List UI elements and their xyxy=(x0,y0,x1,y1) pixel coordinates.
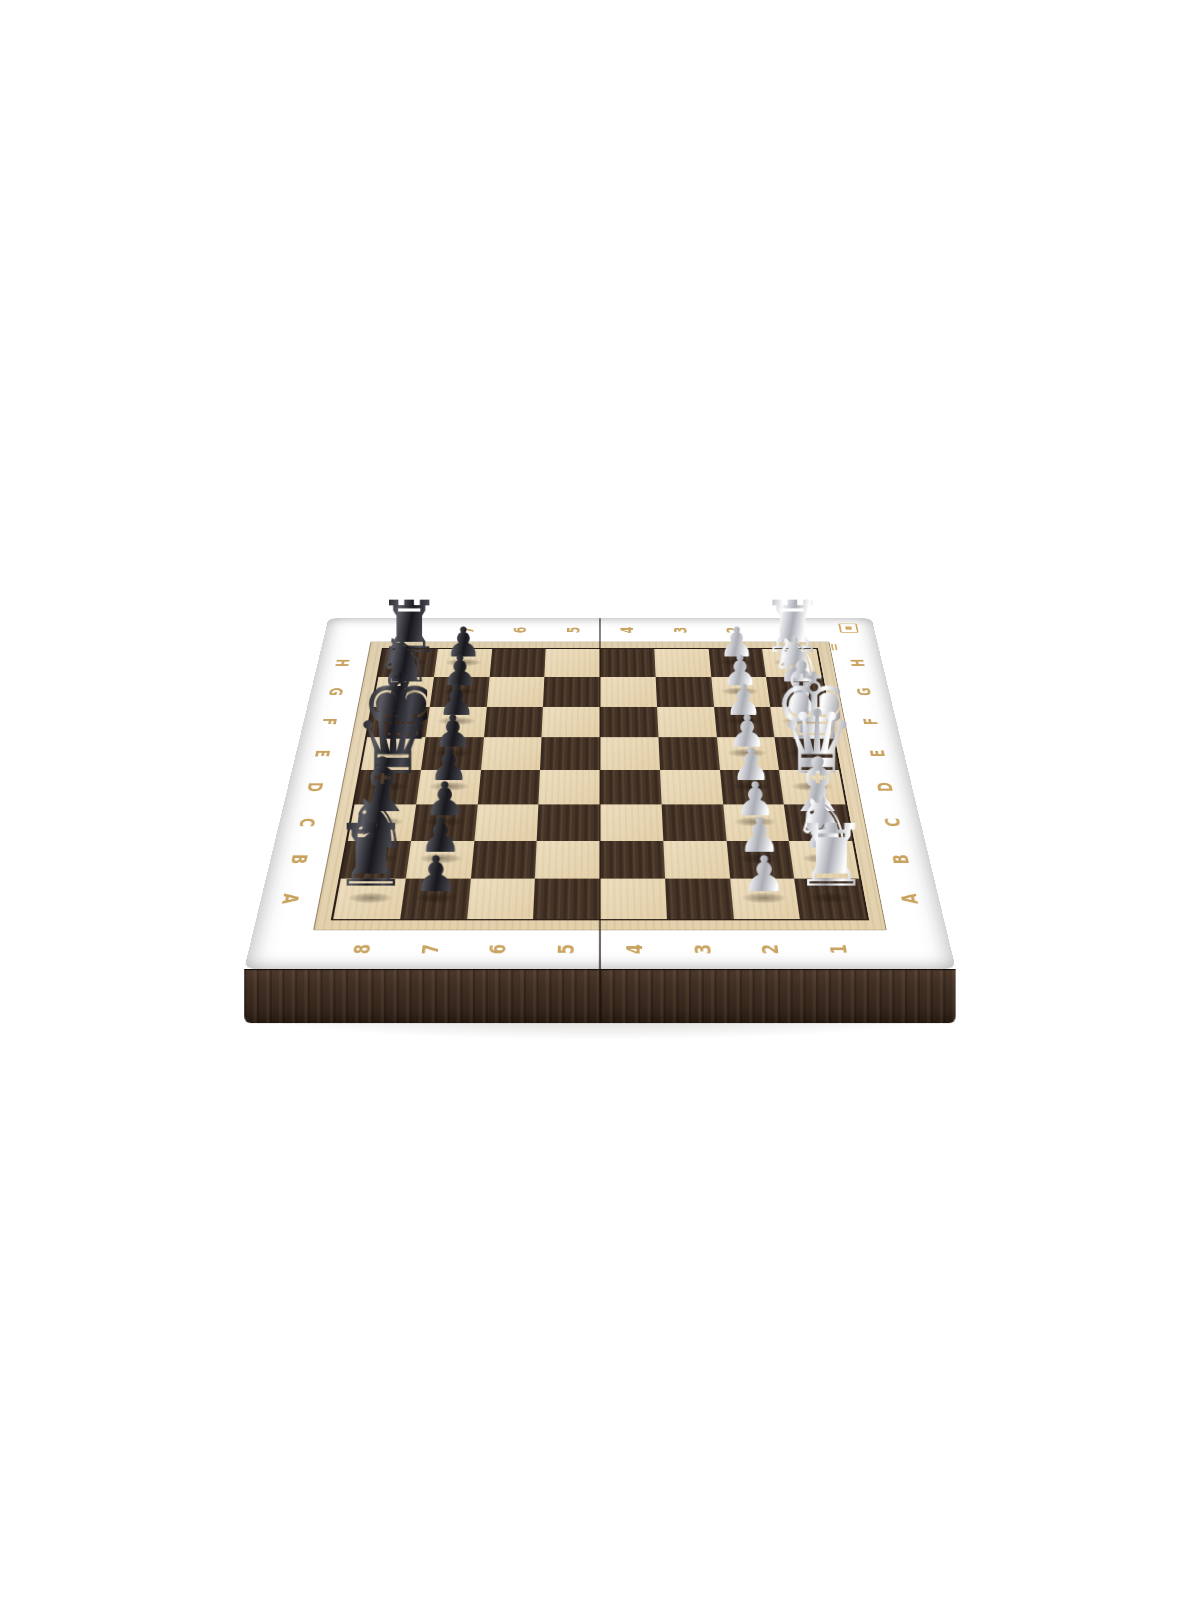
piece-white-pawn-a2[interactable]: ♟ xyxy=(727,849,802,900)
chessboard[interactable]: 87654321 87654321 HGFEDCBA HGFEDCBA ♜♞♝♛… xyxy=(244,618,956,969)
coord-label: 6 xyxy=(484,944,512,954)
square-c6[interactable] xyxy=(474,804,539,840)
coord-label: F xyxy=(858,718,883,725)
coord-label: 3 xyxy=(688,944,716,954)
coord-label: C xyxy=(294,818,321,827)
coord-label: 2 xyxy=(722,627,744,633)
coord-label: D xyxy=(872,782,898,792)
square-e4[interactable] xyxy=(600,737,660,770)
coord-label: A xyxy=(276,893,305,903)
coord-label: 3 xyxy=(669,627,691,633)
coord-label: C xyxy=(879,818,906,827)
square-b6[interactable] xyxy=(470,840,537,878)
square-g6[interactable] xyxy=(486,677,544,706)
piece-white-rook-a1[interactable]: ♜ xyxy=(793,812,868,900)
square-a5[interactable] xyxy=(533,879,600,919)
square-f6[interactable] xyxy=(484,706,544,737)
coord-label: 6 xyxy=(509,627,531,633)
coord-label: 7 xyxy=(456,627,478,633)
square-h3[interactable] xyxy=(654,649,711,677)
coord-label: 1 xyxy=(775,627,797,633)
coord-label: D xyxy=(302,782,328,792)
board-front-face xyxy=(244,969,956,1023)
square-a6[interactable] xyxy=(467,879,536,919)
coord-label: 5 xyxy=(552,944,580,954)
square-f4[interactable] xyxy=(600,706,658,737)
square-c4[interactable] xyxy=(600,804,663,840)
square-f5[interactable] xyxy=(542,706,600,737)
square-f3[interactable] xyxy=(657,706,717,737)
square-g5[interactable] xyxy=(543,677,600,706)
coord-label: 2 xyxy=(756,944,785,954)
coord-label: F xyxy=(317,718,342,725)
square-b3[interactable] xyxy=(663,840,730,878)
piece-black-pawn-a7[interactable]: ♟ xyxy=(398,849,473,900)
coord-label: E xyxy=(310,750,335,757)
square-a4[interactable] xyxy=(600,879,667,919)
piece-black-rook-a8[interactable]: ♜ xyxy=(332,812,407,900)
coord-label: 8 xyxy=(347,944,376,954)
coord-label: G xyxy=(324,688,348,696)
perspective-scene: 87654321 87654321 HGFEDCBA HGFEDCBA ♜♞♝♛… xyxy=(0,0,1200,1600)
square-g4[interactable] xyxy=(600,677,657,706)
square-d6[interactable] xyxy=(477,770,540,804)
square-b4[interactable] xyxy=(600,840,665,878)
square-d3[interactable] xyxy=(660,770,723,804)
coord-label: 8 xyxy=(402,627,424,633)
square-e3[interactable] xyxy=(658,737,719,770)
brand-emblem-icon xyxy=(838,623,859,632)
product-photo-chess-set: 87654321 87654321 HGFEDCBA HGFEDCBA ♜♞♝♛… xyxy=(0,0,1200,1600)
coord-label: 7 xyxy=(415,944,444,954)
coord-label: 1 xyxy=(824,944,853,954)
coord-label: 4 xyxy=(620,944,648,954)
square-g3[interactable] xyxy=(655,677,713,706)
coord-label: A xyxy=(895,893,924,903)
square-b5[interactable] xyxy=(535,840,600,878)
coord-label: B xyxy=(887,854,915,864)
coord-label: H xyxy=(846,659,870,667)
coord-label: 5 xyxy=(563,627,585,633)
square-d5[interactable] xyxy=(539,770,600,804)
square-c3[interactable] xyxy=(661,804,726,840)
square-h4[interactable] xyxy=(600,649,655,677)
square-e6[interactable] xyxy=(481,737,542,770)
square-a3[interactable] xyxy=(665,879,734,919)
square-d4[interactable] xyxy=(600,770,661,804)
square-c5[interactable] xyxy=(537,804,600,840)
coord-label: 4 xyxy=(616,627,638,633)
square-h5[interactable] xyxy=(545,649,600,677)
front-fold-seam xyxy=(599,970,601,1023)
square-e5[interactable] xyxy=(540,737,600,770)
coord-label: B xyxy=(285,854,313,864)
coord-label: H xyxy=(331,659,355,667)
square-h6[interactable] xyxy=(489,649,546,677)
coord-label: E xyxy=(865,750,890,757)
